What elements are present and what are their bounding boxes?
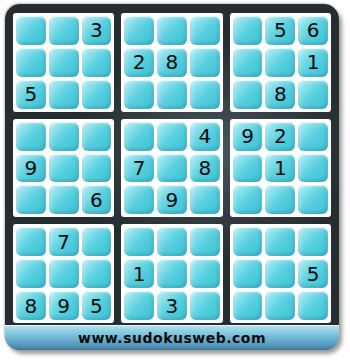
cell-r4c9[interactable]	[298, 122, 328, 151]
cell-r9c4[interactable]	[124, 291, 154, 320]
given-digit: 3	[90, 20, 103, 40]
sudoku-board-frame: 352856189647899217895135 www.sudokusweb.…	[5, 4, 339, 350]
given-digit: 1	[307, 52, 320, 72]
cell-r9c5[interactable]: 3	[157, 291, 187, 320]
cell-r2c2[interactable]	[49, 48, 79, 77]
cell-r6c2[interactable]	[49, 185, 79, 214]
cell-r3c3[interactable]	[82, 80, 112, 109]
cell-r7c4[interactable]	[124, 227, 154, 256]
cell-r4c7[interactable]: 9	[233, 122, 263, 151]
given-digit: 9	[241, 126, 254, 146]
cell-r8c7[interactable]	[233, 259, 263, 288]
cell-r8c6[interactable]	[190, 259, 220, 288]
cell-r5c7[interactable]	[233, 154, 263, 183]
cell-r2c4[interactable]: 2	[124, 48, 154, 77]
given-digit: 7	[57, 232, 70, 252]
cell-r6c4[interactable]	[124, 185, 154, 214]
cell-r5c9[interactable]	[298, 154, 328, 183]
cell-r5c3[interactable]	[82, 154, 112, 183]
cell-r5c8[interactable]: 1	[265, 154, 295, 183]
cell-r6c1[interactable]	[16, 185, 46, 214]
cell-r2c1[interactable]	[16, 48, 46, 77]
box-2-1: 96	[13, 119, 114, 218]
cell-r5c5[interactable]	[157, 154, 187, 183]
cell-r8c8[interactable]	[265, 259, 295, 288]
cell-r1c2[interactable]	[49, 16, 79, 45]
cell-r5c4[interactable]: 7	[124, 154, 154, 183]
cell-r5c1[interactable]: 9	[16, 154, 46, 183]
cell-r9c7[interactable]	[233, 291, 263, 320]
cell-r4c5[interactable]	[157, 122, 187, 151]
given-digit: 9	[25, 158, 38, 178]
cell-r3c8[interactable]: 8	[265, 80, 295, 109]
cell-r8c5[interactable]	[157, 259, 187, 288]
cell-r1c3[interactable]: 3	[82, 16, 112, 45]
cell-r3c9[interactable]	[298, 80, 328, 109]
given-digit: 7	[133, 158, 146, 178]
website-link[interactable]: www.sudokusweb.com	[78, 330, 266, 346]
cell-r6c9[interactable]	[298, 185, 328, 214]
given-digit: 1	[133, 264, 146, 284]
cell-r9c9[interactable]	[298, 291, 328, 320]
cell-r9c1[interactable]: 8	[16, 291, 46, 320]
given-digit: 8	[25, 296, 38, 316]
cell-r3c1[interactable]: 5	[16, 80, 46, 109]
cell-r7c9[interactable]	[298, 227, 328, 256]
cell-r6c5[interactable]: 9	[157, 185, 187, 214]
cell-r7c2[interactable]: 7	[49, 227, 79, 256]
cell-r2c5[interactable]: 8	[157, 48, 187, 77]
given-digit: 3	[166, 296, 179, 316]
cell-r7c5[interactable]	[157, 227, 187, 256]
given-digit: 6	[307, 20, 320, 40]
cell-r3c4[interactable]	[124, 80, 154, 109]
box-3-2: 13	[121, 224, 222, 323]
given-digit: 5	[307, 264, 320, 284]
given-digit: 6	[90, 190, 103, 210]
given-digit: 8	[274, 84, 287, 104]
given-digit: 2	[133, 52, 146, 72]
box-3-3: 5	[230, 224, 331, 323]
cell-r9c6[interactable]	[190, 291, 220, 320]
cell-r4c8[interactable]: 2	[265, 122, 295, 151]
cell-r9c8[interactable]	[265, 291, 295, 320]
cell-r4c6[interactable]: 4	[190, 122, 220, 151]
cell-r8c9[interactable]: 5	[298, 259, 328, 288]
given-digit: 9	[57, 296, 70, 316]
cell-r9c3[interactable]: 5	[82, 291, 112, 320]
given-digit: 5	[25, 84, 38, 104]
cell-r8c4[interactable]: 1	[124, 259, 154, 288]
cell-r3c6[interactable]	[190, 80, 220, 109]
cell-r4c4[interactable]	[124, 122, 154, 151]
cell-r1c7[interactable]	[233, 16, 263, 45]
cell-r3c5[interactable]	[157, 80, 187, 109]
cell-r8c2[interactable]	[49, 259, 79, 288]
given-digit: 8	[198, 158, 211, 178]
cell-r7c1[interactable]	[16, 227, 46, 256]
cell-r2c3[interactable]	[82, 48, 112, 77]
cell-r1c8[interactable]: 5	[265, 16, 295, 45]
cell-r7c7[interactable]	[233, 227, 263, 256]
box-1-1: 35	[13, 13, 114, 112]
cell-r4c2[interactable]	[49, 122, 79, 151]
cell-r2c6[interactable]	[190, 48, 220, 77]
cell-r4c3[interactable]	[82, 122, 112, 151]
cell-r6c8[interactable]	[265, 185, 295, 214]
given-digit: 8	[166, 52, 179, 72]
cell-r6c7[interactable]	[233, 185, 263, 214]
cell-r7c8[interactable]	[265, 227, 295, 256]
cell-r9c2[interactable]: 9	[49, 291, 79, 320]
cell-r1c6[interactable]	[190, 16, 220, 45]
box-1-2: 28	[121, 13, 222, 112]
footer-bar: www.sudokusweb.com	[5, 325, 339, 350]
given-digit: 1	[274, 158, 287, 178]
cell-r6c3[interactable]: 6	[82, 185, 112, 214]
given-digit: 5	[90, 296, 103, 316]
cell-r6c6[interactable]	[190, 185, 220, 214]
cell-r7c3[interactable]	[82, 227, 112, 256]
given-digit: 5	[274, 20, 287, 40]
cell-r7c6[interactable]	[190, 227, 220, 256]
cell-r1c5[interactable]	[157, 16, 187, 45]
cell-r8c3[interactable]	[82, 259, 112, 288]
given-digit: 2	[274, 126, 287, 146]
cell-r5c2[interactable]	[49, 154, 79, 183]
cell-r1c1[interactable]	[16, 16, 46, 45]
cell-r8c1[interactable]	[16, 259, 46, 288]
cell-r1c9[interactable]: 6	[298, 16, 328, 45]
box-3-1: 7895	[13, 224, 114, 323]
cell-r4c1[interactable]	[16, 122, 46, 151]
sudoku-grid: 352856189647899217895135	[13, 13, 331, 323]
given-digit: 4	[198, 126, 211, 146]
cell-r3c2[interactable]	[49, 80, 79, 109]
cell-r1c4[interactable]	[124, 16, 154, 45]
box-1-3: 5618	[230, 13, 331, 112]
given-digit: 9	[166, 190, 179, 210]
box-2-2: 4789	[121, 119, 222, 218]
box-2-3: 921	[230, 119, 331, 218]
cell-r2c8[interactable]	[265, 48, 295, 77]
cell-r5c6[interactable]: 8	[190, 154, 220, 183]
cell-r2c9[interactable]: 1	[298, 48, 328, 77]
cell-r3c7[interactable]	[233, 80, 263, 109]
cell-r2c7[interactable]	[233, 48, 263, 77]
